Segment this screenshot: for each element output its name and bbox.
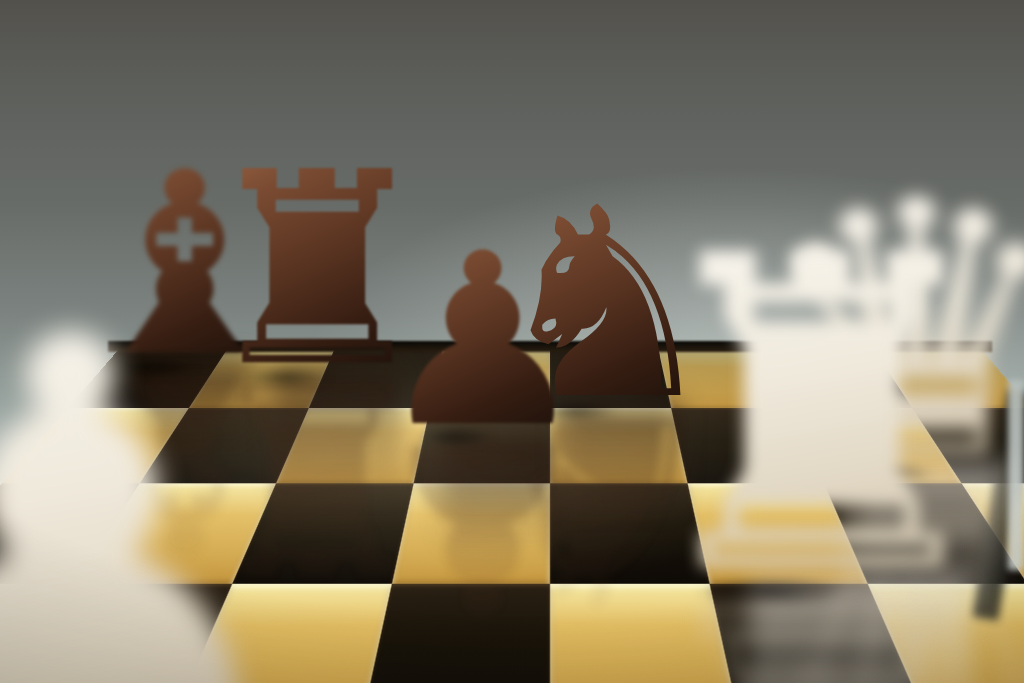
board-grid: [0, 348, 1024, 683]
background-sliver-right: [1008, 380, 1024, 570]
board-square: [550, 408, 687, 484]
board-square: [391, 483, 550, 583]
board-3d-plane: [0, 348, 1024, 683]
chess-photo-scene: ♟♝♝♜♜♟♟♞♞♛♛♜♜: [0, 0, 1024, 683]
board-square: [550, 583, 739, 683]
board-back-edge: [108, 341, 992, 352]
board-square: [550, 348, 670, 408]
board-square: [361, 583, 550, 683]
board-square: [430, 348, 550, 408]
board-square: [550, 483, 709, 583]
chessboard: [0, 0, 1024, 683]
board-square: [413, 408, 550, 484]
